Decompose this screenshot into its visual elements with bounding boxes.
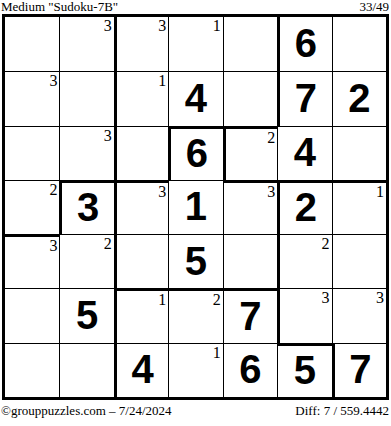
cell-r3c1[interactable] <box>5 126 59 180</box>
pencil-mark: 1 <box>158 72 166 89</box>
cell-r7c5[interactable]: 6 <box>223 343 277 397</box>
cell-r4c1[interactable]: 2 <box>5 180 59 234</box>
cell-r4c3[interactable]: 3 <box>114 180 168 234</box>
pencil-mark: 3 <box>104 127 112 144</box>
cell-r1c6[interactable]: 6 <box>277 17 331 71</box>
given-digit: 6 <box>239 349 261 389</box>
given-digit: 2 <box>295 187 317 227</box>
cell-r5c6[interactable]: 2 <box>277 234 331 288</box>
cell-r4c7[interactable]: 1 <box>332 180 386 234</box>
given-digit: 4 <box>185 78 207 118</box>
cell-r4c6[interactable]: 2 <box>277 180 331 234</box>
cell-r3c2[interactable]: 3 <box>59 126 113 180</box>
cell-r4c4[interactable]: 1 <box>168 180 222 234</box>
cell-r2c1[interactable]: 3 <box>5 71 59 125</box>
cell-r1c3[interactable]: 3 <box>114 17 168 71</box>
sudoku-board: 33163147236242331321325251273341657 <box>2 14 389 400</box>
pencil-mark: 3 <box>158 183 166 200</box>
pencil-mark: 3 <box>104 17 112 34</box>
cell-r1c5[interactable] <box>223 17 277 71</box>
given-digit: 7 <box>349 349 371 389</box>
pencil-mark: 1 <box>158 291 166 308</box>
pencil-mark: 3 <box>158 17 166 34</box>
given-digit: 7 <box>295 78 317 118</box>
cell-r7c1[interactable] <box>5 343 59 397</box>
cell-r7c4[interactable]: 1 <box>168 343 222 397</box>
cell-r6c4[interactable]: 2 <box>168 288 222 342</box>
cell-r6c1[interactable] <box>5 288 59 342</box>
cell-r4c2[interactable]: 3 <box>59 180 113 234</box>
cell-r3c6[interactable]: 4 <box>277 126 331 180</box>
given-digit: 2 <box>348 78 370 118</box>
cell-r1c1[interactable] <box>5 17 59 71</box>
cell-r3c4[interactable]: 6 <box>168 126 222 180</box>
given-digit: 4 <box>131 349 153 389</box>
cell-r1c7[interactable] <box>332 17 386 71</box>
given-digit: 3 <box>77 187 99 227</box>
given-digit: 5 <box>76 295 98 335</box>
cell-r7c3[interactable]: 4 <box>114 343 168 397</box>
page-header: Medium "Sudoku-7B" 33/49 <box>1 0 389 13</box>
cell-r3c7[interactable] <box>332 126 386 180</box>
cell-r5c7[interactable] <box>332 234 386 288</box>
cell-r1c2[interactable]: 3 <box>59 17 113 71</box>
given-digit: 7 <box>239 296 261 336</box>
cell-r2c5[interactable] <box>223 71 277 125</box>
cell-r6c6[interactable]: 3 <box>277 288 331 342</box>
pencil-mark: 2 <box>322 235 330 252</box>
cell-r4c5[interactable]: 3 <box>223 180 277 234</box>
given-digit: 6 <box>186 133 208 173</box>
cell-r2c2[interactable] <box>59 71 113 125</box>
given-digit: 4 <box>294 132 316 172</box>
difficulty-text: Diff: 7 / 559.4442 <box>295 404 389 418</box>
cell-r5c5[interactable] <box>223 234 277 288</box>
cell-r5c1[interactable]: 3 <box>5 234 59 288</box>
cell-r3c5[interactable]: 2 <box>223 126 277 180</box>
cell-r7c6[interactable]: 5 <box>277 343 331 397</box>
given-digit: 5 <box>294 350 316 390</box>
given-digit: 6 <box>295 23 317 63</box>
pencil-mark: 1 <box>213 344 221 361</box>
given-digit: 1 <box>185 186 207 226</box>
cell-r7c7[interactable]: 7 <box>332 343 386 397</box>
pencil-mark: 2 <box>267 129 275 146</box>
pencil-mark: 2 <box>213 291 221 308</box>
given-digit: 5 <box>185 241 207 281</box>
pencil-mark: 2 <box>49 181 57 198</box>
cell-r2c6[interactable]: 7 <box>277 71 331 125</box>
pencil-mark: 3 <box>322 289 330 306</box>
pencil-mark: 2 <box>104 235 112 252</box>
cell-r6c3[interactable]: 1 <box>114 288 168 342</box>
pencil-mark: 1 <box>213 17 221 34</box>
cell-r7c2[interactable] <box>59 343 113 397</box>
puzzle-page: Medium "Sudoku-7B" 33/49 331631472362423… <box>0 0 391 426</box>
cell-r1c4[interactable]: 1 <box>168 17 222 71</box>
cell-r2c4[interactable]: 4 <box>168 71 222 125</box>
cell-r2c7[interactable]: 2 <box>332 71 386 125</box>
cell-r6c7[interactable]: 3 <box>332 288 386 342</box>
pencil-mark: 3 <box>267 183 275 200</box>
cell-r3c3[interactable] <box>114 126 168 180</box>
page-footer: ©grouppuzzles.com – 7/24/2024 Diff: 7 / … <box>1 404 389 418</box>
cell-r5c2[interactable]: 2 <box>59 234 113 288</box>
cell-r2c3[interactable]: 1 <box>114 71 168 125</box>
pencil-mark: 3 <box>49 72 57 89</box>
progress-counter: 33/49 <box>359 0 389 13</box>
cell-r5c4[interactable]: 5 <box>168 234 222 288</box>
copyright-text: ©grouppuzzles.com – 7/24/2024 <box>1 404 172 418</box>
cell-r6c2[interactable]: 5 <box>59 288 113 342</box>
pencil-mark: 1 <box>376 183 384 200</box>
cell-r5c3[interactable] <box>114 234 168 288</box>
puzzle-title: Medium "Sudoku-7B" <box>1 0 118 13</box>
pencil-mark: 3 <box>376 289 384 306</box>
cell-r6c5[interactable]: 7 <box>223 288 277 342</box>
pencil-mark: 3 <box>49 237 57 254</box>
